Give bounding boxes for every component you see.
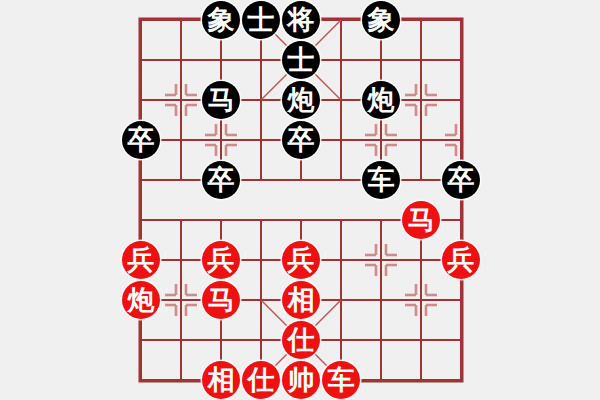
piece-red-soldier[interactable]: 兵	[282, 241, 320, 279]
piece-red-soldier[interactable]: 兵	[122, 241, 160, 279]
piece-black-soldier[interactable]: 卒	[442, 161, 480, 199]
piece-black-chariot[interactable]: 车	[362, 161, 400, 199]
piece-red-horse[interactable]: 马	[402, 201, 440, 239]
piece-red-general[interactable]: 帅	[282, 361, 320, 399]
piece-black-cannon[interactable]: 炮	[362, 81, 400, 119]
piece-black-general[interactable]: 将	[282, 1, 320, 39]
piece-red-elephant[interactable]: 相	[282, 281, 320, 319]
piece-red-soldier[interactable]: 兵	[442, 241, 480, 279]
piece-red-cannon[interactable]: 炮	[122, 281, 160, 319]
xiangqi-board[interactable]: 象士将象士马炮炮卒卒卒车卒马兵兵兵兵炮马相仕相仕帅车	[0, 0, 600, 400]
piece-black-soldier[interactable]: 卒	[202, 161, 240, 199]
piece-black-horse[interactable]: 马	[202, 81, 240, 119]
piece-red-advisor[interactable]: 仕	[242, 361, 280, 399]
piece-black-soldier[interactable]: 卒	[122, 121, 160, 159]
piece-red-horse[interactable]: 马	[202, 281, 240, 319]
piece-black-elephant[interactable]: 象	[202, 1, 240, 39]
piece-red-chariot[interactable]: 车	[322, 361, 360, 399]
piece-black-elephant[interactable]: 象	[362, 1, 400, 39]
piece-red-elephant[interactable]: 相	[202, 361, 240, 399]
piece-grid: 象士将象士马炮炮卒卒卒车卒马兵兵兵兵炮马相仕相仕帅车	[121, 0, 481, 400]
piece-red-advisor[interactable]: 仕	[282, 321, 320, 359]
piece-red-soldier[interactable]: 兵	[202, 241, 240, 279]
piece-black-advisor[interactable]: 士	[282, 41, 320, 79]
piece-black-cannon[interactable]: 炮	[282, 81, 320, 119]
piece-black-soldier[interactable]: 卒	[282, 121, 320, 159]
piece-black-advisor[interactable]: 士	[242, 1, 280, 39]
